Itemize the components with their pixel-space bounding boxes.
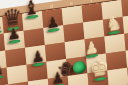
white-knight-glyph: ♞ xyxy=(105,15,122,34)
black-pawn-c5: ♟ xyxy=(27,46,48,68)
black-knight-glyph: ♞ xyxy=(0,60,5,79)
square-h7 xyxy=(123,14,128,34)
black-pawn-glyph: ♟ xyxy=(7,26,22,43)
square-d4: ♟ xyxy=(48,76,69,85)
square-g4 xyxy=(107,68,128,85)
white-pawn-glyph: ♟ xyxy=(84,41,99,58)
black-pawn-b7: ♟ xyxy=(3,23,24,45)
square-e4 xyxy=(68,73,89,85)
white-knight-g7: ♞ xyxy=(103,14,124,36)
black-pawn-glyph: ♟ xyxy=(31,49,46,66)
black-pawn-d4: ♟ xyxy=(47,67,68,85)
chess-board: abcdefgh ♜♛♝♟♟♞♞♟♚♟♟♚ xyxy=(0,0,128,85)
black-bishop-c8: ♝ xyxy=(21,0,43,20)
chessboard-photo: abcdefgh ♜♛♝♟♟♞♞♟♚♟♟♚ xyxy=(0,0,128,85)
board-grid: ♜♛♝♟♟♞♞♟♚♟♟♚ xyxy=(0,0,128,85)
square-f4: ♚ xyxy=(87,70,108,85)
felt-base xyxy=(72,60,86,74)
black-pawn-glyph: ♟ xyxy=(46,15,61,32)
square-h5 xyxy=(126,48,128,68)
square-h6 xyxy=(124,31,128,51)
white-king-glyph: ♚ xyxy=(89,57,110,81)
black-pawn-d7: ♟ xyxy=(42,11,63,33)
black-pawn-glyph: ♟ xyxy=(51,70,66,85)
black-bishop-glyph: ♝ xyxy=(22,0,41,19)
